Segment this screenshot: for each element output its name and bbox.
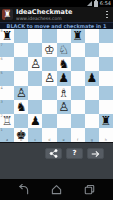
file-label-d: d bbox=[48, 138, 50, 142]
square-c4[interactable] bbox=[28, 86, 42, 100]
signal-icon bbox=[87, 1, 92, 6]
square-b6[interactable] bbox=[14, 57, 28, 71]
file-label-g: g bbox=[91, 138, 93, 142]
file-label-a: a bbox=[6, 138, 8, 142]
rank-label-7: 7 bbox=[1, 43, 3, 47]
file-label-f: f bbox=[77, 138, 78, 142]
square-b3[interactable]: ♞ bbox=[14, 100, 28, 114]
rank-label-2: 2 bbox=[1, 114, 3, 118]
square-c1[interactable]: c bbox=[28, 128, 42, 142]
share-icon bbox=[49, 149, 58, 158]
piece-white-pawn: ♙ bbox=[44, 72, 55, 84]
app-icon[interactable]: ♜ bbox=[2, 9, 13, 20]
square-g4[interactable] bbox=[85, 86, 99, 100]
back-icon bbox=[18, 184, 29, 195]
square-a4[interactable]: 4 bbox=[0, 86, 14, 100]
square-g1[interactable]: g bbox=[85, 128, 99, 142]
square-a8[interactable]: ♜8 bbox=[0, 29, 14, 43]
square-d6[interactable] bbox=[42, 57, 56, 71]
back-button[interactable] bbox=[18, 184, 29, 195]
square-c7[interactable] bbox=[28, 43, 42, 57]
square-f7[interactable] bbox=[71, 43, 85, 57]
square-e3[interactable]: ♙ bbox=[57, 100, 71, 114]
app-title: IdeaCheckmate bbox=[16, 9, 100, 16]
square-h7[interactable] bbox=[99, 43, 113, 57]
file-label-h: h bbox=[105, 138, 107, 142]
help-button[interactable]: ? bbox=[66, 148, 83, 159]
square-d7[interactable]: ♔ bbox=[42, 43, 56, 57]
piece-white-pawn: ♙ bbox=[58, 101, 69, 113]
square-e7[interactable]: ♘ bbox=[57, 43, 71, 57]
square-h2[interactable]: ♜ bbox=[99, 114, 113, 128]
piece-white-bishop: ♗ bbox=[58, 87, 69, 99]
home-icon bbox=[51, 184, 62, 195]
square-e5[interactable]: ♟ bbox=[57, 71, 71, 85]
square-b7[interactable] bbox=[14, 43, 28, 57]
square-c3[interactable] bbox=[28, 100, 42, 114]
share-button[interactable] bbox=[45, 148, 62, 159]
square-c5[interactable] bbox=[28, 71, 42, 85]
square-b5[interactable] bbox=[14, 71, 28, 85]
status-bar: 6:54 bbox=[0, 0, 113, 7]
piece-black-pawn: ♟ bbox=[30, 115, 41, 127]
square-e6[interactable]: ♞ bbox=[57, 57, 71, 71]
square-f3[interactable] bbox=[71, 100, 85, 114]
square-f4[interactable] bbox=[71, 86, 85, 100]
square-e2[interactable] bbox=[57, 114, 71, 128]
piece-black-rook: ♜ bbox=[101, 115, 112, 127]
square-f5[interactable] bbox=[71, 71, 85, 85]
puzzle-instruction-banner: BLACK to move and checkmate in 1 bbox=[0, 22, 113, 29]
piece-black-rook: ♜ bbox=[2, 30, 13, 42]
rank-label-5: 5 bbox=[1, 71, 3, 75]
square-d2[interactable] bbox=[42, 114, 56, 128]
square-e4[interactable]: ♗ bbox=[57, 86, 71, 100]
next-button[interactable] bbox=[87, 148, 104, 159]
square-g3[interactable] bbox=[85, 100, 99, 114]
rank-label-1: 1 bbox=[1, 128, 3, 132]
square-a1[interactable]: 1a bbox=[0, 128, 14, 142]
rank-label-6: 6 bbox=[1, 57, 3, 61]
square-h3[interactable] bbox=[99, 100, 113, 114]
recents-icon bbox=[84, 184, 95, 195]
chess-board: ♜8♜7♔♘6♙♞5♙♟♟4♙♗3♞♙♖2♟♜1a♚bcdefgh bbox=[0, 29, 113, 142]
square-d1[interactable]: d bbox=[42, 128, 56, 142]
piece-white-pawn: ♙ bbox=[16, 87, 27, 99]
overflow-menu-icon[interactable] bbox=[103, 8, 111, 21]
piece-black-pawn: ♟ bbox=[86, 72, 97, 84]
app-bar: ♜ IdeaCheckmate www.ideachess.com bbox=[0, 7, 113, 22]
square-g2[interactable] bbox=[85, 114, 99, 128]
square-g7[interactable] bbox=[85, 43, 99, 57]
square-c2[interactable]: ♟ bbox=[28, 114, 42, 128]
square-h5[interactable] bbox=[99, 71, 113, 85]
square-c6[interactable]: ♙ bbox=[28, 57, 42, 71]
piece-black-rook: ♜ bbox=[72, 30, 83, 42]
square-g8[interactable] bbox=[85, 29, 99, 43]
square-a2[interactable]: ♖2 bbox=[0, 114, 14, 128]
square-f2[interactable] bbox=[71, 114, 85, 128]
status-time: 6:54 bbox=[100, 0, 111, 7]
square-b8[interactable] bbox=[14, 29, 28, 43]
square-d5[interactable]: ♙ bbox=[42, 71, 56, 85]
square-a7[interactable]: 7 bbox=[0, 43, 14, 57]
square-h1[interactable]: h bbox=[99, 128, 113, 142]
app-window: 6:54 ♜ IdeaCheckmate www.ideachess.com B… bbox=[0, 0, 113, 200]
piece-white-rook: ♖ bbox=[2, 115, 13, 127]
square-a5[interactable]: 5 bbox=[0, 71, 14, 85]
home-button[interactable] bbox=[51, 184, 62, 195]
piece-black-knight: ♞ bbox=[58, 58, 69, 70]
square-g6[interactable] bbox=[85, 57, 99, 71]
file-label-c: c bbox=[34, 138, 36, 142]
square-b2[interactable] bbox=[14, 114, 28, 128]
square-f6[interactable] bbox=[71, 57, 85, 71]
square-b1[interactable]: ♚b bbox=[14, 128, 28, 142]
square-d4[interactable] bbox=[42, 86, 56, 100]
android-nav-bar bbox=[0, 179, 113, 200]
next-arrow-icon bbox=[91, 150, 100, 158]
piece-white-knight: ♘ bbox=[58, 44, 69, 56]
square-c8[interactable] bbox=[28, 29, 42, 43]
file-label-e: e bbox=[62, 138, 64, 142]
recents-button[interactable] bbox=[84, 184, 95, 195]
square-a3[interactable]: 3 bbox=[0, 100, 14, 114]
square-a6[interactable]: 6 bbox=[0, 57, 14, 71]
file-label-b: b bbox=[20, 138, 22, 142]
piece-black-knight: ♞ bbox=[16, 101, 27, 113]
square-g5[interactable]: ♟ bbox=[85, 71, 99, 85]
square-h8[interactable] bbox=[99, 29, 113, 43]
square-h6[interactable] bbox=[99, 57, 113, 71]
piece-black-pawn: ♟ bbox=[58, 72, 69, 84]
app-subtitle: www.ideachess.com bbox=[16, 16, 100, 21]
piece-white-king: ♔ bbox=[44, 44, 55, 56]
square-f8[interactable]: ♜ bbox=[71, 29, 85, 43]
square-b4[interactable]: ♙ bbox=[14, 86, 28, 100]
square-h4[interactable] bbox=[99, 86, 113, 100]
battery-icon bbox=[94, 1, 98, 7]
square-d8[interactable] bbox=[42, 29, 56, 43]
control-panel: ? bbox=[0, 142, 113, 179]
square-e8[interactable] bbox=[57, 29, 71, 43]
square-e1[interactable]: e bbox=[57, 128, 71, 142]
square-f1[interactable]: f bbox=[71, 128, 85, 142]
square-d3[interactable] bbox=[42, 100, 56, 114]
rank-label-3: 3 bbox=[1, 100, 3, 104]
rank-label-4: 4 bbox=[1, 86, 3, 90]
piece-white-pawn: ♙ bbox=[30, 58, 41, 70]
app-titles: IdeaCheckmate www.ideachess.com bbox=[16, 9, 100, 21]
rank-label-8: 8 bbox=[1, 29, 3, 33]
